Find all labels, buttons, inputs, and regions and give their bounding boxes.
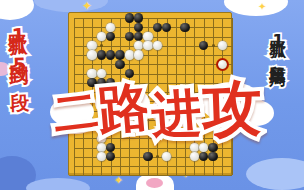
black-stone xyxy=(97,50,106,59)
white-stone xyxy=(153,41,162,50)
white-stone xyxy=(97,143,106,152)
paw-pad-icon xyxy=(146,178,163,188)
white-stone xyxy=(218,41,227,50)
white-stone xyxy=(87,41,96,50)
left-banner: 野狐1段到5段 xyxy=(8,19,29,81)
cloud-decoration xyxy=(0,0,34,20)
title-char: 进 xyxy=(150,85,204,143)
title-char: 攻 xyxy=(201,74,263,142)
white-stone xyxy=(143,32,152,41)
white-stone xyxy=(190,152,199,161)
black-stone xyxy=(106,32,115,41)
black-stone xyxy=(199,41,208,50)
white-stone xyxy=(134,41,143,50)
cloud-decoration xyxy=(34,0,108,12)
star-point xyxy=(212,44,215,47)
star-point xyxy=(100,44,103,47)
white-stone xyxy=(106,23,115,32)
black-stone xyxy=(134,23,143,32)
star-icon: ✦ xyxy=(258,1,266,12)
star-point xyxy=(156,155,159,158)
black-stone xyxy=(162,23,171,32)
black-stone xyxy=(134,13,143,22)
black-stone xyxy=(143,152,152,161)
white-stone xyxy=(87,69,96,78)
black-stone xyxy=(106,143,115,152)
black-stone xyxy=(208,152,217,161)
black-stone xyxy=(125,32,134,41)
title-char: 二 xyxy=(50,85,101,140)
white-stone xyxy=(87,50,96,59)
last-move-marker xyxy=(216,58,230,72)
black-stone xyxy=(199,152,208,161)
white-stone xyxy=(97,69,106,78)
right-banner: 野狐1段第二局 xyxy=(269,27,286,60)
black-stone xyxy=(180,23,189,32)
title-char: 路 xyxy=(96,78,153,140)
black-stone xyxy=(208,143,217,152)
white-stone xyxy=(143,41,152,50)
white-stone xyxy=(199,143,208,152)
black-stone xyxy=(134,32,143,41)
cloud-decoration xyxy=(224,0,288,16)
grid-line-horizontal xyxy=(74,64,232,65)
white-stone xyxy=(125,50,134,59)
black-stone xyxy=(106,152,115,161)
black-stone xyxy=(153,23,162,32)
white-stone xyxy=(162,152,171,161)
cloud-decoration xyxy=(26,178,90,190)
paw-decoration xyxy=(136,175,174,190)
cloud-decoration xyxy=(246,158,304,190)
grid-line-horizontal xyxy=(74,18,232,19)
white-stone xyxy=(97,152,106,161)
grid-line-horizontal xyxy=(74,166,232,167)
white-stone xyxy=(134,50,143,59)
black-stone xyxy=(125,13,134,22)
main-title: 二路进攻 xyxy=(52,78,262,144)
black-stone xyxy=(106,50,115,59)
white-stone xyxy=(190,143,199,152)
white-stone xyxy=(97,32,106,41)
video-thumbnail[interactable]: ✦ ✦ ✦ ✦ 二路进攻 野狐1段到5段 野狐1段第二局 xyxy=(0,0,304,190)
black-stone xyxy=(115,50,124,59)
grid-line-horizontal xyxy=(74,175,232,176)
black-stone xyxy=(115,60,124,69)
